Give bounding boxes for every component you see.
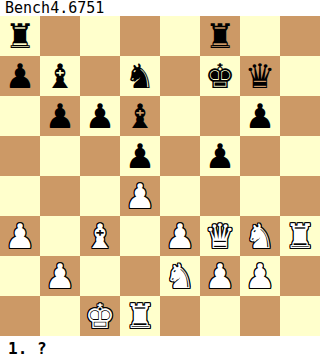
square-g2[interactable]: ♟ [240,256,280,296]
square-b6[interactable]: ♟ [40,96,80,136]
square-g6[interactable]: ♟ [240,96,280,136]
square-h1[interactable] [280,296,320,336]
square-a5[interactable] [0,136,40,176]
square-g7[interactable]: ♛ [240,56,280,96]
square-c8[interactable] [80,16,120,56]
square-f4[interactable] [200,176,240,216]
square-d5[interactable]: ♟ [120,136,160,176]
square-h6[interactable] [280,96,320,136]
square-a7[interactable]: ♟ [0,56,40,96]
square-f8[interactable]: ♜ [200,16,240,56]
square-h4[interactable] [280,176,320,216]
square-c1[interactable]: ♚ [80,296,120,336]
white-pawn-piece[interactable]: ♟ [40,256,80,296]
square-g4[interactable] [240,176,280,216]
status-bar: 1. ? [0,336,320,360]
square-c7[interactable] [80,56,120,96]
black-queen-piece[interactable]: ♛ [240,56,280,96]
window-title: Bench4.6751 [5,0,104,16]
square-g3[interactable]: ♞ [240,216,280,256]
square-h8[interactable] [280,16,320,56]
square-a8[interactable]: ♜ [0,16,40,56]
white-rook-piece[interactable]: ♜ [120,296,160,336]
square-e8[interactable] [160,16,200,56]
square-b8[interactable] [40,16,80,56]
black-rook-piece[interactable]: ♜ [200,16,240,56]
black-pawn-piece[interactable]: ♟ [0,56,40,96]
square-g1[interactable] [240,296,280,336]
square-g5[interactable] [240,136,280,176]
move-prompt: 1. ? [8,339,47,358]
white-pawn-piece[interactable]: ♟ [160,216,200,256]
black-pawn-piece[interactable]: ♟ [40,96,80,136]
square-e3[interactable]: ♟ [160,216,200,256]
square-c4[interactable] [80,176,120,216]
square-h5[interactable] [280,136,320,176]
white-king-piece[interactable]: ♚ [80,296,120,336]
chess-board[interactable]: ♜♜♟♝♞♚♛♟♟♝♟♟♟♟♟♝♟♛♞♜♟♞♟♟♚♜ [0,16,320,336]
square-a4[interactable] [0,176,40,216]
square-e6[interactable] [160,96,200,136]
square-a3[interactable]: ♟ [0,216,40,256]
square-b2[interactable]: ♟ [40,256,80,296]
square-d6[interactable]: ♝ [120,96,160,136]
white-pawn-piece[interactable]: ♟ [120,176,160,216]
white-pawn-piece[interactable]: ♟ [240,256,280,296]
square-a2[interactable] [0,256,40,296]
black-bishop-piece[interactable]: ♝ [40,56,80,96]
chess-app-window: Bench4.6751 ♜♜♟♝♞♚♛♟♟♝♟♟♟♟♟♝♟♛♞♜♟♞♟♟♚♜ 1… [0,0,320,360]
black-bishop-piece[interactable]: ♝ [120,96,160,136]
black-pawn-piece[interactable]: ♟ [200,136,240,176]
black-pawn-piece[interactable]: ♟ [120,136,160,176]
square-d7[interactable]: ♞ [120,56,160,96]
square-c3[interactable]: ♝ [80,216,120,256]
square-f3[interactable]: ♛ [200,216,240,256]
square-b4[interactable] [40,176,80,216]
black-rook-piece[interactable]: ♜ [0,16,40,56]
white-pawn-piece[interactable]: ♟ [0,216,40,256]
square-a6[interactable] [0,96,40,136]
square-b1[interactable] [40,296,80,336]
square-h7[interactable] [280,56,320,96]
white-bishop-piece[interactable]: ♝ [80,216,120,256]
white-queen-piece[interactable]: ♛ [200,216,240,256]
square-f7[interactable]: ♚ [200,56,240,96]
square-h2[interactable] [280,256,320,296]
white-knight-piece[interactable]: ♞ [240,216,280,256]
square-c6[interactable]: ♟ [80,96,120,136]
square-b5[interactable] [40,136,80,176]
white-pawn-piece[interactable]: ♟ [200,256,240,296]
square-e7[interactable] [160,56,200,96]
white-knight-piece[interactable]: ♞ [160,256,200,296]
white-rook-piece[interactable]: ♜ [280,216,320,256]
square-f5[interactable]: ♟ [200,136,240,176]
square-e2[interactable]: ♞ [160,256,200,296]
black-pawn-piece[interactable]: ♟ [80,96,120,136]
square-f1[interactable] [200,296,240,336]
square-d8[interactable] [120,16,160,56]
square-c5[interactable] [80,136,120,176]
square-c2[interactable] [80,256,120,296]
square-d2[interactable] [120,256,160,296]
black-king-piece[interactable]: ♚ [200,56,240,96]
title-bar: Bench4.6751 [0,0,320,16]
square-d1[interactable]: ♜ [120,296,160,336]
black-pawn-piece[interactable]: ♟ [240,96,280,136]
square-a1[interactable] [0,296,40,336]
square-h3[interactable]: ♜ [280,216,320,256]
square-g8[interactable] [240,16,280,56]
square-f2[interactable]: ♟ [200,256,240,296]
square-e4[interactable] [160,176,200,216]
square-d3[interactable] [120,216,160,256]
square-e1[interactable] [160,296,200,336]
square-b7[interactable]: ♝ [40,56,80,96]
square-f6[interactable] [200,96,240,136]
black-knight-piece[interactable]: ♞ [120,56,160,96]
square-e5[interactable] [160,136,200,176]
square-b3[interactable] [40,216,80,256]
square-d4[interactable]: ♟ [120,176,160,216]
